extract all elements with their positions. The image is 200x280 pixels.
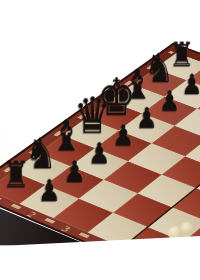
pieces-layer: ♜♟♞♟♝♟♚♟♛♟♝♟♞♟♜♟ (0, 43, 200, 280)
white-piece-glimpse (181, 222, 193, 234)
black-pawn: ♟ (32, 176, 68, 206)
white-piece-glimpse (168, 226, 182, 240)
black-rook: ♜ (0, 156, 34, 193)
chess-board: 12345678 ♜♟♞♟♝♟♚♟♛♟♝♟♞♟♜♟ (0, 43, 200, 280)
product-photo: 12345678 ♜♟♞♟♝♟♚♟♛♟♝♟♞♟♜♟ (0, 0, 200, 280)
